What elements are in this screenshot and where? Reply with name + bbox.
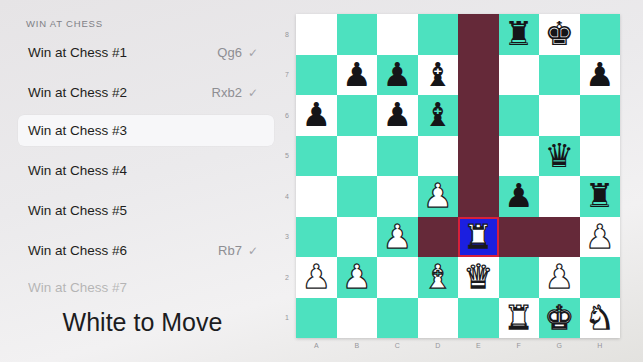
square-g6[interactable]: [539, 95, 580, 136]
puzzle-item-label: Win at Chess #1: [28, 45, 127, 60]
white-pawn: ♟: [342, 257, 372, 298]
square-c8[interactable]: [377, 14, 418, 55]
puzzle-item-label: Win at Chess #2: [28, 85, 127, 100]
puzzle-item-5[interactable]: Win at Chess #5: [18, 195, 274, 226]
square-c4[interactable]: [377, 176, 418, 217]
file-label-d: D: [418, 339, 459, 351]
puzzle-item-7[interactable]: Win at Chess #7: [18, 272, 274, 303]
puzzle-item-6[interactable]: Win at Chess #6 Rb7✓: [18, 235, 274, 266]
square-a5[interactable]: [296, 136, 337, 177]
square-h5[interactable]: [580, 136, 621, 177]
white-bishop: ♝: [423, 257, 453, 298]
win-at-chess-app: WIN AT CHESS Win at Chess #1 Qg6✓ Win at…: [0, 0, 643, 362]
square-c3[interactable]: ♟: [377, 217, 418, 258]
puzzle-item-2[interactable]: Win at Chess #2 Rxb2✓: [18, 77, 274, 108]
square-e3[interactable]: ♜: [458, 217, 499, 258]
white-rook: ♜: [504, 298, 534, 339]
black-pawn: ♟: [504, 176, 534, 217]
file-label-e: E: [458, 339, 499, 351]
square-g8[interactable]: ♚: [539, 14, 580, 55]
rank-label-6: 6: [278, 95, 292, 136]
file-label-g: G: [539, 339, 580, 351]
square-g2[interactable]: ♟: [539, 257, 580, 298]
square-d8[interactable]: [418, 14, 459, 55]
black-rook: ♜: [504, 14, 534, 55]
square-d6[interactable]: ♝: [418, 95, 459, 136]
file-labels: ABCDEFGH: [296, 339, 620, 351]
white-pawn: ♟: [301, 257, 331, 298]
file-label-c: C: [377, 339, 418, 351]
black-king: ♚: [544, 14, 574, 55]
square-e8[interactable]: [458, 14, 499, 55]
square-e5[interactable]: [458, 136, 499, 177]
square-d7[interactable]: ♝: [418, 55, 459, 96]
puzzle-item-3[interactable]: Win at Chess #3: [18, 115, 274, 146]
square-h2[interactable]: [580, 257, 621, 298]
square-e6[interactable]: [458, 95, 499, 136]
rank-label-8: 8: [278, 14, 292, 55]
puzzle-item-4[interactable]: Win at Chess #4: [18, 155, 274, 186]
square-c7[interactable]: ♟: [377, 55, 418, 96]
square-h7[interactable]: ♟: [580, 55, 621, 96]
file-label-f: F: [499, 339, 540, 351]
square-a7[interactable]: [296, 55, 337, 96]
puzzle-item-1[interactable]: Win at Chess #1 Qg6✓: [18, 37, 274, 68]
square-h8[interactable]: [580, 14, 621, 55]
square-f2[interactable]: [499, 257, 540, 298]
chess-board: ♜♚♟♟♝♟♟♟♝♛♟♟♜♟♜♟♟♟♝♛♟♜♚♞: [296, 14, 620, 338]
square-b8[interactable]: [337, 14, 378, 55]
square-e7[interactable]: [458, 55, 499, 96]
square-a6[interactable]: ♟: [296, 95, 337, 136]
puzzle-item-label: Win at Chess #4: [28, 163, 127, 178]
square-c1[interactable]: [377, 298, 418, 339]
square-g1[interactable]: ♚: [539, 298, 580, 339]
square-b3[interactable]: [337, 217, 378, 258]
square-g4[interactable]: [539, 176, 580, 217]
square-d3[interactable]: [418, 217, 459, 258]
square-e4[interactable]: [458, 176, 499, 217]
rank-label-1: 1: [278, 298, 292, 339]
white-rook: ♜: [463, 217, 493, 258]
puzzle-item-detail: Qg6✓: [217, 45, 258, 60]
square-c2[interactable]: [377, 257, 418, 298]
solution-move: Rb7: [218, 243, 242, 258]
black-pawn: ♟: [382, 95, 412, 136]
file-label-a: A: [296, 339, 337, 351]
black-pawn: ♟: [342, 55, 372, 96]
square-g5[interactable]: ♛: [539, 136, 580, 177]
square-h6[interactable]: [580, 95, 621, 136]
black-bishop: ♝: [423, 95, 453, 136]
white-pawn: ♟: [544, 257, 574, 298]
white-pawn: ♟: [585, 217, 615, 258]
square-a2[interactable]: ♟: [296, 257, 337, 298]
white-queen: ♛: [463, 257, 493, 298]
square-a3[interactable]: [296, 217, 337, 258]
white-pawn: ♟: [423, 176, 453, 217]
puzzle-item-label: Win at Chess #5: [28, 203, 127, 218]
square-g7[interactable]: [539, 55, 580, 96]
square-f7[interactable]: [499, 55, 540, 96]
solution-move: Qg6: [217, 45, 242, 60]
white-pawn: ♟: [382, 217, 412, 258]
square-f1[interactable]: ♜: [499, 298, 540, 339]
square-a1[interactable]: [296, 298, 337, 339]
black-queen: ♛: [544, 136, 574, 177]
black-pawn: ♟: [382, 55, 412, 96]
file-label-b: B: [337, 339, 378, 351]
square-b2[interactable]: ♟: [337, 257, 378, 298]
square-d5[interactable]: [418, 136, 459, 177]
sidebar-section-header: WIN AT CHESS: [26, 18, 103, 29]
rank-label-2: 2: [278, 257, 292, 298]
square-f3[interactable]: [499, 217, 540, 258]
square-d1[interactable]: [418, 298, 459, 339]
puzzle-item-label: Win at Chess #6: [28, 243, 127, 258]
black-rook: ♜: [585, 176, 615, 217]
square-a4[interactable]: [296, 176, 337, 217]
square-b5[interactable]: [337, 136, 378, 177]
turn-indicator: White to Move: [0, 308, 285, 337]
puzzle-item-detail: Rxb2✓: [212, 85, 258, 100]
rank-labels: 87654321: [278, 14, 292, 338]
square-b1[interactable]: [337, 298, 378, 339]
white-king: ♚: [544, 298, 574, 339]
rank-label-4: 4: [278, 176, 292, 217]
solution-move: Rxb2: [212, 85, 242, 100]
puzzle-item-detail: Rb7✓: [218, 243, 258, 258]
puzzle-item-label: Win at Chess #7: [28, 280, 127, 295]
black-pawn: ♟: [301, 95, 331, 136]
square-e1[interactable]: [458, 298, 499, 339]
check-icon: ✓: [248, 46, 258, 60]
rank-label-5: 5: [278, 136, 292, 177]
black-bishop: ♝: [423, 55, 453, 96]
square-h1[interactable]: ♞: [580, 298, 621, 339]
square-b6[interactable]: [337, 95, 378, 136]
square-g3[interactable]: [539, 217, 580, 258]
square-f4[interactable]: ♟: [499, 176, 540, 217]
check-icon: ✓: [248, 244, 258, 258]
square-f8[interactable]: ♜: [499, 14, 540, 55]
square-b4[interactable]: [337, 176, 378, 217]
square-c5[interactable]: [377, 136, 418, 177]
square-b7[interactable]: ♟: [337, 55, 378, 96]
white-knight: ♞: [585, 298, 615, 339]
square-h4[interactable]: ♜: [580, 176, 621, 217]
puzzle-item-label: Win at Chess #3: [28, 123, 127, 138]
square-f5[interactable]: [499, 136, 540, 177]
square-d4[interactable]: ♟: [418, 176, 459, 217]
rank-label-3: 3: [278, 217, 292, 258]
square-h3[interactable]: ♟: [580, 217, 621, 258]
black-pawn: ♟: [585, 55, 615, 96]
rank-label-7: 7: [278, 55, 292, 96]
square-d2[interactable]: ♝: [418, 257, 459, 298]
square-f6[interactable]: [499, 95, 540, 136]
file-label-h: H: [580, 339, 621, 351]
square-a8[interactable]: [296, 14, 337, 55]
puzzle-sidebar: WIN AT CHESS Win at Chess #1 Qg6✓ Win at…: [0, 0, 285, 362]
square-c6[interactable]: ♟: [377, 95, 418, 136]
check-icon: ✓: [248, 86, 258, 100]
square-e2[interactable]: ♛: [458, 257, 499, 298]
